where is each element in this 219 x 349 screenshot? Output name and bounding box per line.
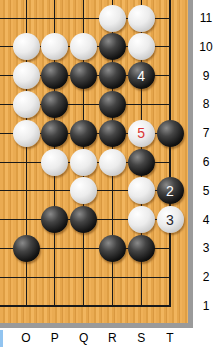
white-stone-S10[interactable] xyxy=(128,33,155,60)
grid-line-row-2 xyxy=(0,277,171,278)
black-stone-P8[interactable] xyxy=(41,91,68,118)
white-stone-T4[interactable]: 3 xyxy=(157,206,184,233)
white-stone-P6[interactable] xyxy=(41,149,68,176)
black-stone-R9[interactable] xyxy=(99,62,126,89)
black-stone-P4[interactable] xyxy=(41,206,68,233)
black-stone-P9[interactable] xyxy=(41,62,68,89)
black-stone-T7[interactable] xyxy=(157,120,184,147)
column-label-Q: Q xyxy=(74,331,94,345)
black-stone-R10[interactable] xyxy=(99,33,126,60)
white-stone-R11[interactable] xyxy=(99,5,126,32)
go-app-screenshot: 4523 1110987654321 OPQRST xyxy=(0,0,219,349)
column-label-P: P xyxy=(45,331,65,345)
row-label-2: 2 xyxy=(193,270,219,284)
column-label-T: T xyxy=(160,331,180,345)
black-stone-R3[interactable] xyxy=(99,235,126,262)
white-stone-O7[interactable] xyxy=(13,120,40,147)
column-label-O: O xyxy=(16,331,36,345)
white-stone-Q6[interactable] xyxy=(70,149,97,176)
white-stone-O8[interactable] xyxy=(13,91,40,118)
white-stone-S11[interactable] xyxy=(128,5,155,32)
black-stone-O3[interactable] xyxy=(13,235,40,262)
white-stone-S7[interactable]: 5 xyxy=(128,120,155,147)
column-coordinate-strip: OPQRST xyxy=(0,328,219,349)
row-label-3: 3 xyxy=(193,241,219,255)
row-label-10: 10 xyxy=(193,40,219,54)
grid-line-row-1 xyxy=(0,305,171,307)
white-stone-O9[interactable] xyxy=(13,62,40,89)
column-label-S: S xyxy=(131,331,151,345)
black-stone-T5[interactable]: 2 xyxy=(157,177,184,204)
white-stone-Q5[interactable] xyxy=(70,177,97,204)
black-stone-S9[interactable]: 4 xyxy=(128,62,155,89)
row-label-11: 11 xyxy=(193,11,219,25)
row-label-4: 4 xyxy=(193,213,219,227)
row-label-7: 7 xyxy=(193,126,219,140)
move-number-4: 4 xyxy=(137,69,145,83)
row-label-1: 1 xyxy=(193,299,219,313)
black-stone-Q9[interactable] xyxy=(70,62,97,89)
go-board[interactable]: 4523 xyxy=(0,0,188,323)
black-stone-Q7[interactable] xyxy=(70,120,97,147)
row-coordinate-strip: 1110987654321 xyxy=(193,0,219,349)
white-stone-O10[interactable] xyxy=(13,33,40,60)
white-stone-P10[interactable] xyxy=(41,33,68,60)
black-stone-S3[interactable] xyxy=(128,235,155,262)
row-label-6: 6 xyxy=(193,155,219,169)
move-number-2: 2 xyxy=(166,184,174,198)
row-label-9: 9 xyxy=(193,69,219,83)
white-stone-S5[interactable] xyxy=(128,177,155,204)
black-stone-R7[interactable] xyxy=(99,120,126,147)
column-label-R: R xyxy=(102,331,122,345)
white-stone-R6[interactable] xyxy=(99,149,126,176)
black-stone-P7[interactable] xyxy=(41,120,68,147)
move-number-3: 3 xyxy=(166,213,174,227)
move-number-5: 5 xyxy=(137,126,145,140)
black-stone-Q4[interactable] xyxy=(70,206,97,233)
white-stone-S4[interactable] xyxy=(128,206,155,233)
black-stone-R8[interactable] xyxy=(99,91,126,118)
white-stone-Q10[interactable] xyxy=(70,33,97,60)
highlighted-partial-label xyxy=(0,330,3,347)
row-label-8: 8 xyxy=(193,97,219,111)
black-stone-S6[interactable] xyxy=(128,149,155,176)
row-label-5: 5 xyxy=(193,184,219,198)
